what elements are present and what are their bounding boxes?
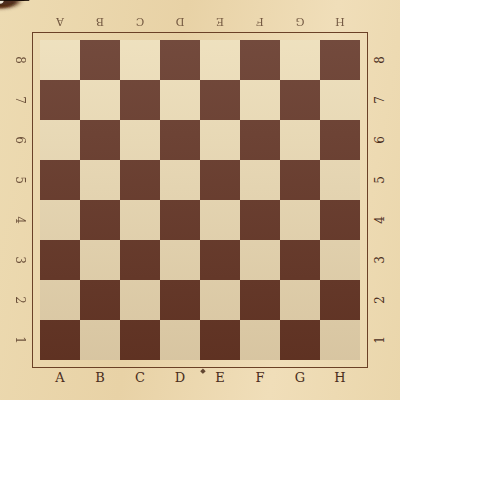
- pieces-layer: ♜♞♝♚♛♝♞♜♟♟♟♟♟♟♟♟♟♟♟♟♟♟♟♟♜♞♝♚♛♝♞♜: [0, 0, 500, 500]
- piece-dark-rook: ♜: [0, 0, 36, 19]
- piece-glyph: ♜: [0, 0, 36, 19]
- product-photo-stage: AA11BB22CC33DD44EE55FF66GG77HH88◆ ♜♞♝♚♛♝…: [0, 0, 500, 500]
